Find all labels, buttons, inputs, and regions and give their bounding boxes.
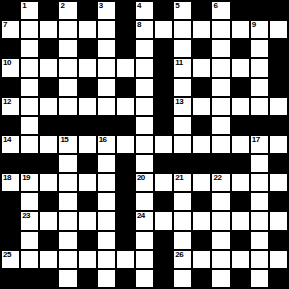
light-cell-r5c13[interactable] xyxy=(251,98,268,115)
light-cell-r9c0[interactable]: 18 xyxy=(2,174,19,191)
clue-number-23: 23 xyxy=(22,212,30,220)
block-cell-r9c6 xyxy=(117,174,134,191)
light-cell-r14c9[interactable] xyxy=(174,270,191,287)
block-cell-r0c0 xyxy=(2,2,19,19)
light-cell-r10c9[interactable] xyxy=(174,193,191,210)
clue-number-24: 24 xyxy=(137,212,145,220)
clue-number-13: 13 xyxy=(175,98,183,106)
light-cell-r1c0[interactable]: 7 xyxy=(2,21,19,38)
light-cell-r14c7[interactable] xyxy=(136,270,153,287)
light-cell-r13c1[interactable] xyxy=(21,251,38,268)
clue-number-12: 12 xyxy=(3,98,11,106)
light-cell-r14c3[interactable] xyxy=(59,270,76,287)
light-cell-r2c7[interactable] xyxy=(136,40,153,57)
light-cell-r7c5[interactable]: 16 xyxy=(98,136,115,153)
block-cell-r11c0 xyxy=(2,212,19,229)
block-cell-r4c4 xyxy=(79,79,96,96)
block-cell-r8c10 xyxy=(193,155,210,172)
light-cell-r7c8[interactable] xyxy=(155,136,172,153)
light-cell-r10c11[interactable] xyxy=(212,193,229,210)
light-cell-r1c3[interactable] xyxy=(59,21,76,38)
light-cell-r12c13[interactable] xyxy=(251,232,268,249)
block-cell-r14c6 xyxy=(117,270,134,287)
light-cell-r5c7[interactable] xyxy=(136,98,153,115)
light-cell-r13c2[interactable] xyxy=(40,251,57,268)
block-cell-r2c2 xyxy=(40,40,57,57)
block-cell-r14c10 xyxy=(193,270,210,287)
light-cell-r6c1[interactable] xyxy=(21,117,38,134)
light-cell-r2c5[interactable] xyxy=(98,40,115,57)
light-cell-r7c1[interactable] xyxy=(21,136,38,153)
block-cell-r8c1 xyxy=(21,155,38,172)
light-cell-r13c0[interactable]: 25 xyxy=(2,251,19,268)
light-cell-r11c8[interactable] xyxy=(155,212,172,229)
light-cell-r14c11[interactable] xyxy=(212,270,229,287)
block-cell-r8c2 xyxy=(40,155,57,172)
light-cell-r7c7[interactable] xyxy=(136,136,153,153)
block-cell-r8c4 xyxy=(79,155,96,172)
light-cell-r0c3[interactable]: 2 xyxy=(59,2,76,19)
light-cell-r5c2[interactable] xyxy=(40,98,57,115)
block-cell-r10c10 xyxy=(193,193,210,210)
block-cell-r2c4 xyxy=(79,40,96,57)
block-cell-r10c12 xyxy=(232,193,249,210)
clue-number-20: 20 xyxy=(137,174,145,182)
block-cell-r0c2 xyxy=(40,2,57,19)
block-cell-r2c8 xyxy=(155,40,172,57)
clue-number-2: 2 xyxy=(60,2,64,10)
light-cell-r12c5[interactable] xyxy=(98,232,115,249)
block-cell-r12c12 xyxy=(232,232,249,249)
clue-number-15: 15 xyxy=(60,136,68,144)
light-cell-r11c10[interactable] xyxy=(193,212,210,229)
light-cell-r11c3[interactable] xyxy=(59,212,76,229)
clue-number-4: 4 xyxy=(137,2,141,10)
block-cell-r10c2 xyxy=(40,193,57,210)
block-cell-r4c8 xyxy=(155,79,172,96)
light-cell-r9c14[interactable] xyxy=(270,174,287,191)
light-cell-r0c9[interactable]: 5 xyxy=(174,2,191,19)
light-cell-r13c7[interactable] xyxy=(136,251,153,268)
light-cell-r12c11[interactable] xyxy=(212,232,229,249)
light-cell-r13c14[interactable] xyxy=(270,251,287,268)
light-cell-r7c10[interactable] xyxy=(193,136,210,153)
light-cell-r8c3[interactable] xyxy=(59,155,76,172)
light-cell-r9c12[interactable] xyxy=(232,174,249,191)
light-cell-r4c3[interactable] xyxy=(59,79,76,96)
light-cell-r11c11[interactable] xyxy=(212,212,229,229)
light-cell-r11c7[interactable]: 24 xyxy=(136,212,153,229)
block-cell-r14c0 xyxy=(2,270,19,287)
clue-number-14: 14 xyxy=(3,136,11,144)
light-cell-r1c7[interactable]: 8 xyxy=(136,21,153,38)
light-cell-r3c7[interactable] xyxy=(136,59,153,76)
light-cell-r1c5[interactable] xyxy=(98,21,115,38)
clue-number-5: 5 xyxy=(175,2,179,10)
light-cell-r5c12[interactable] xyxy=(232,98,249,115)
block-cell-r8c8 xyxy=(155,155,172,172)
block-cell-r6c4 xyxy=(79,117,96,134)
block-cell-r8c14 xyxy=(270,155,287,172)
block-cell-r2c6 xyxy=(117,40,134,57)
light-cell-r7c13[interactable]: 17 xyxy=(251,136,268,153)
clue-number-22: 22 xyxy=(213,174,221,182)
light-cell-r3c12[interactable] xyxy=(232,59,249,76)
light-cell-r11c14[interactable] xyxy=(270,212,287,229)
block-cell-r0c6 xyxy=(117,2,134,19)
block-cell-r10c6 xyxy=(117,193,134,210)
block-cell-r12c0 xyxy=(2,232,19,249)
light-cell-r8c7[interactable] xyxy=(136,155,153,172)
light-cell-r11c2[interactable] xyxy=(40,212,57,229)
clue-number-17: 17 xyxy=(252,136,260,144)
block-cell-r6c2 xyxy=(40,117,57,134)
block-cell-r12c10 xyxy=(193,232,210,249)
light-cell-r3c6[interactable] xyxy=(117,59,134,76)
light-cell-r10c1[interactable] xyxy=(21,193,38,210)
block-cell-r6c10 xyxy=(193,117,210,134)
light-cell-r1c1[interactable] xyxy=(21,21,38,38)
block-cell-r10c8 xyxy=(155,193,172,210)
light-cell-r9c4[interactable] xyxy=(79,174,96,191)
block-cell-r4c2 xyxy=(40,79,57,96)
light-cell-r3c5[interactable] xyxy=(98,59,115,76)
light-cell-r6c9[interactable] xyxy=(174,117,191,134)
block-cell-r0c8 xyxy=(155,2,172,19)
block-cell-r12c2 xyxy=(40,232,57,249)
block-cell-r14c1 xyxy=(21,270,38,287)
light-cell-r1c2[interactable] xyxy=(40,21,57,38)
light-cell-r1c10[interactable] xyxy=(193,21,210,38)
light-cell-r9c8[interactable] xyxy=(155,174,172,191)
light-cell-r0c7[interactable]: 4 xyxy=(136,2,153,19)
light-cell-r0c11[interactable]: 6 xyxy=(212,2,229,19)
crossword-grid: 1234567891011121314151617181920212223242… xyxy=(0,0,289,289)
block-cell-r2c12 xyxy=(232,40,249,57)
light-cell-r5c3[interactable] xyxy=(59,98,76,115)
light-cell-r11c4[interactable] xyxy=(79,212,96,229)
clue-number-21: 21 xyxy=(175,174,183,182)
light-cell-r7c11[interactable] xyxy=(212,136,229,153)
light-cell-r3c3[interactable] xyxy=(59,59,76,76)
light-cell-r5c4[interactable] xyxy=(79,98,96,115)
light-cell-r2c11[interactable] xyxy=(212,40,229,57)
light-cell-r11c1[interactable]: 23 xyxy=(21,212,38,229)
block-cell-r0c10 xyxy=(193,2,210,19)
light-cell-r3c11[interactable] xyxy=(212,59,229,76)
block-cell-r14c4 xyxy=(79,270,96,287)
light-cell-r8c5[interactable] xyxy=(98,155,115,172)
light-cell-r10c3[interactable] xyxy=(59,193,76,210)
light-cell-r7c12[interactable] xyxy=(232,136,249,153)
block-cell-r4c14 xyxy=(270,79,287,96)
block-cell-r10c14 xyxy=(270,193,287,210)
light-cell-r5c5[interactable] xyxy=(98,98,115,115)
light-cell-r7c0[interactable]: 14 xyxy=(2,136,19,153)
block-cell-r6c14 xyxy=(270,117,287,134)
block-cell-r8c0 xyxy=(2,155,19,172)
block-cell-r6c12 xyxy=(232,117,249,134)
light-cell-r10c5[interactable] xyxy=(98,193,115,210)
light-cell-r7c6[interactable] xyxy=(117,136,134,153)
light-cell-r5c14[interactable] xyxy=(270,98,287,115)
clue-number-6: 6 xyxy=(213,2,217,10)
light-cell-r9c7[interactable]: 20 xyxy=(136,174,153,191)
light-cell-r4c11[interactable] xyxy=(212,79,229,96)
light-cell-r5c0[interactable]: 12 xyxy=(2,98,19,115)
light-cell-r11c12[interactable] xyxy=(232,212,249,229)
block-cell-r6c5 xyxy=(98,117,115,134)
block-cell-r14c12 xyxy=(232,270,249,287)
light-cell-r9c2[interactable] xyxy=(40,174,57,191)
light-cell-r13c9[interactable]: 26 xyxy=(174,251,191,268)
block-cell-r4c6 xyxy=(117,79,134,96)
light-cell-r5c10[interactable] xyxy=(193,98,210,115)
light-cell-r3c0[interactable]: 10 xyxy=(2,59,19,76)
block-cell-r4c0 xyxy=(2,79,19,96)
block-cell-r14c14 xyxy=(270,270,287,287)
light-cell-r7c9[interactable] xyxy=(174,136,191,153)
block-cell-r10c4 xyxy=(79,193,96,210)
light-cell-r3c2[interactable] xyxy=(40,59,57,76)
light-cell-r11c9[interactable] xyxy=(174,212,191,229)
block-cell-r3c8 xyxy=(155,59,172,76)
light-cell-r3c4[interactable] xyxy=(79,59,96,76)
light-cell-r8c13[interactable] xyxy=(251,155,268,172)
block-cell-r8c11 xyxy=(212,155,229,172)
block-cell-r6c13 xyxy=(251,117,268,134)
light-cell-r13c12[interactable] xyxy=(232,251,249,268)
light-cell-r12c9[interactable] xyxy=(174,232,191,249)
block-cell-r5c8 xyxy=(155,98,172,115)
light-cell-r1c13[interactable]: 9 xyxy=(251,21,268,38)
light-cell-r13c5[interactable] xyxy=(98,251,115,268)
light-cell-r4c13[interactable] xyxy=(251,79,268,96)
light-cell-r7c2[interactable] xyxy=(40,136,57,153)
block-cell-r14c2 xyxy=(40,270,57,287)
block-cell-r4c12 xyxy=(232,79,249,96)
light-cell-r1c12[interactable] xyxy=(232,21,249,38)
light-cell-r5c1[interactable] xyxy=(21,98,38,115)
light-cell-r11c5[interactable] xyxy=(98,212,115,229)
light-cell-r12c3[interactable] xyxy=(59,232,76,249)
block-cell-r12c8 xyxy=(155,232,172,249)
block-cell-r2c10 xyxy=(193,40,210,57)
light-cell-r4c1[interactable] xyxy=(21,79,38,96)
light-cell-r12c7[interactable] xyxy=(136,232,153,249)
clue-number-25: 25 xyxy=(3,251,11,259)
light-cell-r2c1[interactable] xyxy=(21,40,38,57)
light-cell-r13c6[interactable] xyxy=(117,251,134,268)
light-cell-r9c1[interactable]: 19 xyxy=(21,174,38,191)
light-cell-r9c5[interactable] xyxy=(98,174,115,191)
light-cell-r6c7[interactable] xyxy=(136,117,153,134)
light-cell-r0c5[interactable]: 3 xyxy=(98,2,115,19)
light-cell-r1c8[interactable] xyxy=(155,21,172,38)
block-cell-r0c12 xyxy=(232,2,249,19)
light-cell-r13c3[interactable] xyxy=(59,251,76,268)
block-cell-r0c14 xyxy=(270,2,287,19)
light-cell-r0c1[interactable]: 1 xyxy=(21,2,38,19)
block-cell-r8c6 xyxy=(117,155,134,172)
clue-number-3: 3 xyxy=(99,2,103,10)
light-cell-r1c14[interactable] xyxy=(270,21,287,38)
light-cell-r11c13[interactable] xyxy=(251,212,268,229)
light-cell-r4c9[interactable] xyxy=(174,79,191,96)
block-cell-r6c6 xyxy=(117,117,134,134)
light-cell-r4c5[interactable] xyxy=(98,79,115,96)
light-cell-r1c9[interactable] xyxy=(174,21,191,38)
light-cell-r14c13[interactable] xyxy=(251,270,268,287)
light-cell-r4c7[interactable] xyxy=(136,79,153,96)
block-cell-r1c6 xyxy=(117,21,134,38)
block-cell-r11c6 xyxy=(117,212,134,229)
clue-number-11: 11 xyxy=(175,59,182,67)
light-cell-r3c1[interactable] xyxy=(21,59,38,76)
light-cell-r3c13[interactable] xyxy=(251,59,268,76)
light-cell-r7c14[interactable] xyxy=(270,136,287,153)
light-cell-r5c6[interactable] xyxy=(117,98,134,115)
block-cell-r8c12 xyxy=(232,155,249,172)
light-cell-r9c13[interactable] xyxy=(251,174,268,191)
light-cell-r1c4[interactable] xyxy=(79,21,96,38)
clue-number-9: 9 xyxy=(252,21,256,29)
light-cell-r9c10[interactable] xyxy=(193,174,210,191)
block-cell-r14c8 xyxy=(155,270,172,287)
light-cell-r6c11[interactable] xyxy=(212,117,229,134)
block-cell-r10c0 xyxy=(2,193,19,210)
block-cell-r12c14 xyxy=(270,232,287,249)
block-cell-r0c13 xyxy=(251,2,268,19)
light-cell-r2c3[interactable] xyxy=(59,40,76,57)
light-cell-r14c5[interactable] xyxy=(98,270,115,287)
light-cell-r9c3[interactable] xyxy=(59,174,76,191)
block-cell-r13c8 xyxy=(155,251,172,268)
block-cell-r8c9 xyxy=(174,155,191,172)
block-cell-r4c10 xyxy=(193,79,210,96)
light-cell-r10c7[interactable] xyxy=(136,193,153,210)
block-cell-r0c4 xyxy=(79,2,96,19)
light-cell-r7c4[interactable] xyxy=(79,136,96,153)
block-cell-r6c0 xyxy=(2,117,19,134)
light-cell-r3c10[interactable] xyxy=(193,59,210,76)
light-cell-r13c11[interactable] xyxy=(212,251,229,268)
block-cell-r2c14 xyxy=(270,40,287,57)
light-cell-r1c11[interactable] xyxy=(212,21,229,38)
block-cell-r12c6 xyxy=(117,232,134,249)
light-cell-r2c9[interactable] xyxy=(174,40,191,57)
clue-number-26: 26 xyxy=(175,251,183,259)
light-cell-r12c1[interactable] xyxy=(21,232,38,249)
block-cell-r3c14 xyxy=(270,59,287,76)
light-cell-r13c4[interactable] xyxy=(79,251,96,268)
block-cell-r12c4 xyxy=(79,232,96,249)
clue-number-7: 7 xyxy=(3,21,7,29)
light-cell-r3c9[interactable]: 11 xyxy=(174,59,191,76)
block-cell-r6c8 xyxy=(155,117,172,134)
light-cell-r7c3[interactable]: 15 xyxy=(59,136,76,153)
clue-number-1: 1 xyxy=(22,2,26,10)
light-cell-r9c11[interactable]: 22 xyxy=(212,174,229,191)
light-cell-r5c11[interactable] xyxy=(212,98,229,115)
light-cell-r13c10[interactable] xyxy=(193,251,210,268)
clue-number-16: 16 xyxy=(99,136,107,144)
clue-number-18: 18 xyxy=(3,174,11,182)
clue-number-8: 8 xyxy=(137,21,141,29)
light-cell-r2c13[interactable] xyxy=(251,40,268,57)
light-cell-r13c13[interactable] xyxy=(251,251,268,268)
block-cell-r2c0 xyxy=(2,40,19,57)
block-cell-r6c3 xyxy=(59,117,76,134)
light-cell-r10c13[interactable] xyxy=(251,193,268,210)
clue-number-10: 10 xyxy=(3,59,11,67)
clue-number-19: 19 xyxy=(22,174,30,182)
light-cell-r5c9[interactable]: 13 xyxy=(174,98,191,115)
light-cell-r9c9[interactable]: 21 xyxy=(174,174,191,191)
